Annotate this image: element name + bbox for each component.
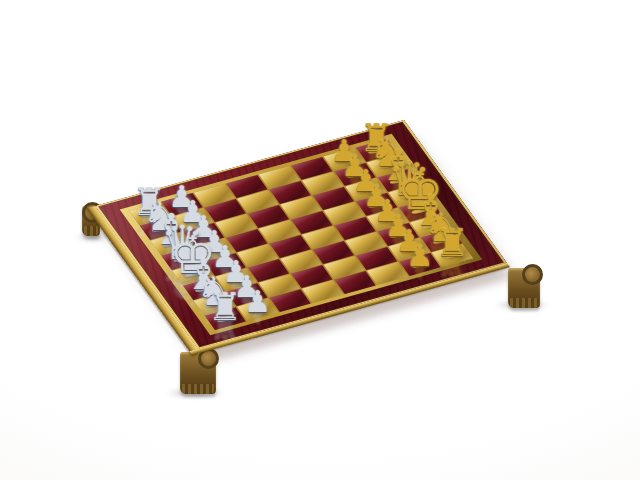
chess-set-photo: ♜♜♟♟♟♟♜♜♞♞♟♟♟♟♞♞♝♝♟♟♟♟♝♝♛♛♟♟♟♟♛♛♚♚♟♟♟♟♚♚… bbox=[0, 0, 640, 480]
bronze-scroll-foot-right bbox=[508, 268, 540, 308]
rook-glyph-icon: ♜ bbox=[185, 288, 265, 326]
square-h1[interactable]: ♜♜ bbox=[205, 307, 246, 330]
bronze-scroll-foot-front bbox=[180, 352, 216, 394]
chess-board: ♜♜♟♟♟♟♜♜♞♞♟♟♟♟♞♞♝♝♟♟♟♟♝♝♛♛♟♟♟♟♛♛♚♚♟♟♟♟♚♚… bbox=[95, 120, 507, 349]
